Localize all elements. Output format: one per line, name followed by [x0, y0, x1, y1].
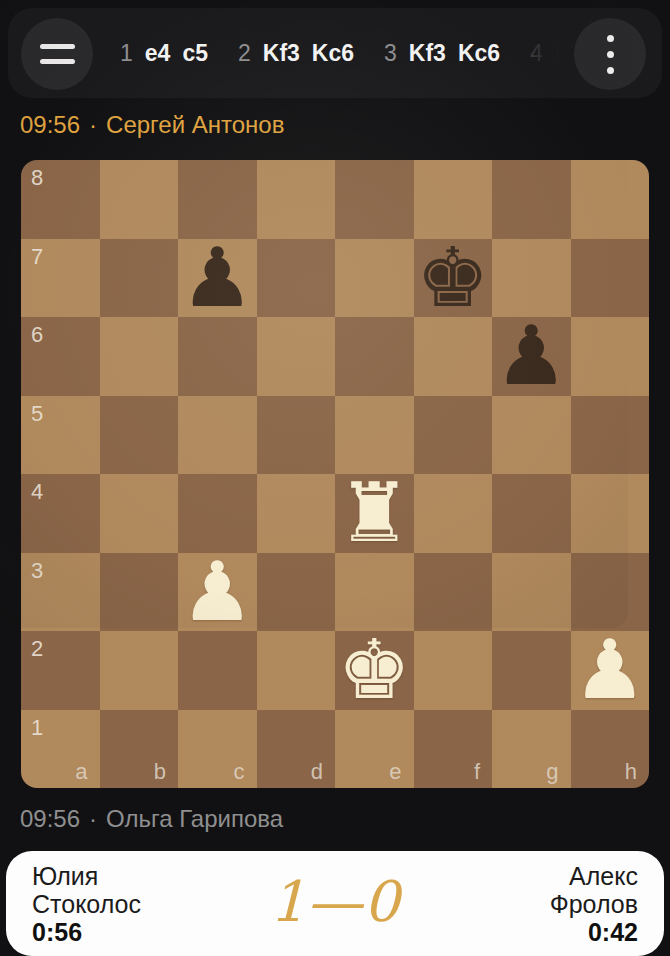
- move-white[interactable]: Kf3: [409, 40, 446, 67]
- move-white[interactable]: e4: [145, 40, 171, 67]
- square-a5[interactable]: 5: [21, 396, 100, 475]
- square-h4[interactable]: [571, 474, 650, 553]
- file-label: c: [234, 759, 245, 785]
- square-a7[interactable]: 7: [21, 239, 100, 318]
- bottom-player-clock: 09:56: [20, 805, 80, 833]
- square-b6[interactable]: [100, 317, 179, 396]
- black-player-last-name: Фролов: [550, 890, 638, 918]
- square-h1[interactable]: h: [571, 710, 650, 789]
- square-b3[interactable]: [100, 553, 179, 632]
- rank-label: 1: [31, 715, 43, 741]
- move-number: 2: [238, 40, 251, 67]
- square-c3[interactable]: ♟: [178, 553, 257, 632]
- square-d8[interactable]: [257, 160, 336, 239]
- square-g3[interactable]: [492, 553, 571, 632]
- rank-label: 4: [31, 479, 43, 505]
- top-player-clock: 09:56: [20, 111, 80, 139]
- move-white[interactable]: K: [555, 40, 570, 67]
- black-pawn[interactable]: ♟: [492, 317, 571, 396]
- black-player-clock: 0:42: [588, 918, 638, 946]
- white-player-clock: 0:56: [32, 918, 141, 946]
- file-label: d: [311, 759, 323, 785]
- square-e3[interactable]: [335, 553, 414, 632]
- rank-label: 7: [31, 244, 43, 270]
- rank-label: 8: [31, 165, 43, 191]
- move-black[interactable]: Kc6: [312, 40, 354, 67]
- move-group: 2Kf3Kc6: [238, 40, 354, 67]
- square-f2[interactable]: [414, 631, 493, 710]
- move-black[interactable]: c5: [182, 40, 208, 67]
- move-group: 4K: [530, 40, 570, 67]
- square-a4[interactable]: 4: [21, 474, 100, 553]
- square-a6[interactable]: 6: [21, 317, 100, 396]
- square-f7[interactable]: ♚: [414, 239, 493, 318]
- square-f6[interactable]: [414, 317, 493, 396]
- move-group: 1e4c5: [120, 40, 208, 67]
- result-panel: Юлия Стоколос 0:56 1—0 Алекс Фролов 0:42: [6, 851, 664, 956]
- black-king[interactable]: ♚: [414, 239, 493, 318]
- square-e5[interactable]: [335, 396, 414, 475]
- separator-dot: ·: [89, 111, 97, 139]
- square-h2[interactable]: ♟: [571, 631, 650, 710]
- square-e2[interactable]: ♚: [335, 631, 414, 710]
- square-h8[interactable]: [571, 160, 650, 239]
- square-c1[interactable]: c: [178, 710, 257, 789]
- file-label: g: [546, 759, 558, 785]
- black-pawn[interactable]: ♟: [178, 239, 257, 318]
- square-f8[interactable]: [414, 160, 493, 239]
- square-g7[interactable]: [492, 239, 571, 318]
- square-b8[interactable]: [100, 160, 179, 239]
- square-c2[interactable]: [178, 631, 257, 710]
- square-g1[interactable]: g: [492, 710, 571, 789]
- chess-board[interactable]: 87♟♚6♟54♜3♟2♚♟1abcdefgh: [21, 160, 649, 788]
- square-d6[interactable]: [257, 317, 336, 396]
- kebab-icon: [607, 35, 614, 42]
- square-e7[interactable]: [335, 239, 414, 318]
- square-e1[interactable]: e: [335, 710, 414, 789]
- top-bar: 1e4c52Kf3Kc63Kf3Kc64K: [8, 8, 662, 98]
- square-c5[interactable]: [178, 396, 257, 475]
- square-e6[interactable]: [335, 317, 414, 396]
- square-a2[interactable]: 2: [21, 631, 100, 710]
- white-pawn[interactable]: ♟: [178, 553, 257, 632]
- square-d1[interactable]: d: [257, 710, 336, 789]
- square-e8[interactable]: [335, 160, 414, 239]
- square-d2[interactable]: [257, 631, 336, 710]
- square-g4[interactable]: [492, 474, 571, 553]
- square-c4[interactable]: [178, 474, 257, 553]
- more-options-button[interactable]: [574, 18, 646, 90]
- hamburger-icon: [40, 44, 75, 49]
- square-g8[interactable]: [492, 160, 571, 239]
- square-d7[interactable]: [257, 239, 336, 318]
- square-h5[interactable]: [571, 396, 650, 475]
- square-f5[interactable]: [414, 396, 493, 475]
- square-b4[interactable]: [100, 474, 179, 553]
- white-player-first-name: Юлия: [32, 862, 141, 890]
- rank-label: 3: [31, 558, 43, 584]
- square-b7[interactable]: [100, 239, 179, 318]
- kebab-icon: [607, 67, 614, 74]
- white-pawn[interactable]: ♟: [571, 631, 650, 710]
- square-c7[interactable]: ♟: [178, 239, 257, 318]
- white-player-last-name: Стоколос: [32, 890, 141, 918]
- white-player-block: Юлия Стоколос 0:56: [32, 862, 141, 946]
- file-label: a: [75, 759, 87, 785]
- bottom-player-line: 09:56 · Ольга Гарипова: [20, 802, 283, 836]
- file-label: f: [474, 759, 480, 785]
- square-d4[interactable]: [257, 474, 336, 553]
- bottom-player-name: Ольга Гарипова: [106, 805, 283, 833]
- game-result: 1—0: [270, 868, 400, 933]
- square-a8[interactable]: 8: [21, 160, 100, 239]
- move-number: 4: [530, 40, 543, 67]
- move-white[interactable]: Kf3: [263, 40, 300, 67]
- square-a3[interactable]: 3: [21, 553, 100, 632]
- file-label: b: [154, 759, 166, 785]
- top-player-name: Сергей Антонов: [106, 111, 284, 139]
- top-player-line: 09:56 · Сергей Антонов: [20, 108, 284, 142]
- square-c8[interactable]: [178, 160, 257, 239]
- square-c6[interactable]: [178, 317, 257, 396]
- rank-label: 5: [31, 401, 43, 427]
- move-group: 3Kf3Kc6: [384, 40, 500, 67]
- square-d3[interactable]: [257, 553, 336, 632]
- kebab-icon: [607, 51, 614, 58]
- square-b5[interactable]: [100, 396, 179, 475]
- rank-label: 2: [31, 636, 43, 662]
- square-g6[interactable]: ♟: [492, 317, 571, 396]
- square-b2[interactable]: [100, 631, 179, 710]
- separator-dot: ·: [89, 805, 97, 833]
- rank-label: 6: [31, 322, 43, 348]
- move-black[interactable]: Kc6: [458, 40, 500, 67]
- square-e4[interactable]: ♜: [335, 474, 414, 553]
- move-number: 3: [384, 40, 397, 67]
- square-g2[interactable]: [492, 631, 571, 710]
- menu-button[interactable]: [21, 18, 93, 90]
- square-f3[interactable]: [414, 553, 493, 632]
- square-h3[interactable]: [571, 553, 650, 632]
- app-screen: 1e4c52Kf3Kc63Kf3Kc64K 09:56 · Сергей Ант…: [0, 0, 670, 956]
- square-d5[interactable]: [257, 396, 336, 475]
- move-number: 1: [120, 40, 133, 67]
- square-h6[interactable]: [571, 317, 650, 396]
- hamburger-icon: [40, 59, 75, 64]
- white-rook[interactable]: ♜: [335, 474, 414, 553]
- move-list[interactable]: 1e4c52Kf3Kc63Kf3Kc64K: [120, 8, 570, 98]
- square-h7[interactable]: [571, 239, 650, 318]
- square-f1[interactable]: f: [414, 710, 493, 789]
- black-player-block: Алекс Фролов 0:42: [550, 862, 638, 946]
- square-f4[interactable]: [414, 474, 493, 553]
- white-king[interactable]: ♚: [335, 631, 414, 710]
- square-g5[interactable]: [492, 396, 571, 475]
- black-player-first-name: Алекс: [569, 862, 638, 890]
- square-a1[interactable]: 1a: [21, 710, 100, 789]
- square-b1[interactable]: b: [100, 710, 179, 789]
- file-label: e: [389, 759, 401, 785]
- file-label: h: [625, 759, 637, 785]
